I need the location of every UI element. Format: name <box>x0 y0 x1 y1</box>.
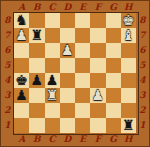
file-label-bottom-a: A <box>14 133 29 146</box>
square-e5[interactable] <box>75 58 90 73</box>
square-h1[interactable]: ♜ <box>121 118 136 133</box>
square-a7[interactable]: ♟ <box>14 28 29 43</box>
square-b8[interactable] <box>29 13 44 28</box>
square-e7[interactable] <box>75 28 90 43</box>
rank-label-left-7: 7 <box>1 28 14 43</box>
square-a1[interactable] <box>14 118 29 133</box>
file-label-top-c: C <box>45 1 60 13</box>
white-bishop[interactable]: ♝ <box>122 28 135 42</box>
square-a2[interactable] <box>14 103 29 118</box>
rank-label-right-7: 7 <box>136 28 149 43</box>
file-label-top-f: F <box>90 1 105 13</box>
square-e2[interactable] <box>75 103 90 118</box>
square-b5[interactable] <box>29 58 44 73</box>
black-pawn[interactable]: ♟ <box>15 88 28 102</box>
white-pawn[interactable]: ♟ <box>92 88 105 102</box>
square-a4[interactable]: ♚ <box>14 73 29 88</box>
square-g5[interactable] <box>106 58 121 73</box>
file-label-bottom-e: E <box>75 133 90 146</box>
rank-label-left-3: 3 <box>1 88 14 103</box>
square-h7[interactable]: ♝ <box>121 28 136 43</box>
square-d7[interactable] <box>60 28 75 43</box>
square-c8[interactable] <box>45 13 60 28</box>
square-d8[interactable] <box>60 13 75 28</box>
square-c1[interactable] <box>45 118 60 133</box>
square-f3[interactable]: ♟ <box>90 88 105 103</box>
rank-label-left-2: 2 <box>1 103 14 118</box>
square-d2[interactable] <box>60 103 75 118</box>
file-label-bottom-f: F <box>90 133 105 146</box>
square-c7[interactable] <box>45 28 60 43</box>
rank-label-right-8: 8 <box>136 13 149 28</box>
chess-board: ABCDEFGH8♞♚87♟♜♝76♟6554♚♟♟43♟♜♟3221♜1ABC… <box>0 0 150 147</box>
square-b2[interactable] <box>29 103 44 118</box>
square-c2[interactable] <box>45 103 60 118</box>
white-rook[interactable]: ♜ <box>46 88 59 102</box>
rank-label-right-6: 6 <box>136 43 149 58</box>
white-pawn[interactable]: ♟ <box>15 28 28 42</box>
square-h8[interactable]: ♚ <box>121 13 136 28</box>
square-c4[interactable]: ♟ <box>45 73 60 88</box>
rank-label-left-5: 5 <box>1 58 14 73</box>
black-knight[interactable]: ♞ <box>15 13 28 27</box>
square-f4[interactable] <box>90 73 105 88</box>
square-h3[interactable] <box>121 88 136 103</box>
square-b7[interactable]: ♜ <box>29 28 44 43</box>
file-label-top-e: E <box>75 1 90 13</box>
square-e1[interactable] <box>75 118 90 133</box>
rank-label-left-1: 1 <box>1 118 14 133</box>
square-d5[interactable] <box>60 58 75 73</box>
square-e3[interactable] <box>75 88 90 103</box>
frame-corner-bottom-left <box>1 133 14 146</box>
rank-label-right-3: 3 <box>136 88 149 103</box>
file-label-top-b: B <box>29 1 44 13</box>
square-d1[interactable] <box>60 118 75 133</box>
frame-corner-bottom-right <box>136 133 149 146</box>
black-pawn[interactable]: ♟ <box>46 73 59 87</box>
square-b6[interactable] <box>29 43 44 58</box>
square-g1[interactable] <box>106 118 121 133</box>
square-c3[interactable]: ♜ <box>45 88 60 103</box>
square-f5[interactable] <box>90 58 105 73</box>
frame-corner-top-left <box>1 1 14 13</box>
frame-corner-top-right <box>136 1 149 13</box>
black-rook[interactable]: ♜ <box>31 28 44 42</box>
square-e8[interactable] <box>75 13 90 28</box>
square-d3[interactable] <box>60 88 75 103</box>
white-king[interactable]: ♚ <box>122 13 135 27</box>
white-pawn[interactable]: ♟ <box>61 43 74 57</box>
square-e6[interactable] <box>75 43 90 58</box>
square-g2[interactable] <box>106 103 121 118</box>
square-f6[interactable] <box>90 43 105 58</box>
black-king[interactable]: ♚ <box>15 73 28 87</box>
square-a6[interactable] <box>14 43 29 58</box>
rank-label-left-4: 4 <box>1 73 14 88</box>
square-c5[interactable] <box>45 58 60 73</box>
square-b3[interactable] <box>29 88 44 103</box>
square-f2[interactable] <box>90 103 105 118</box>
rank-label-right-5: 5 <box>136 58 149 73</box>
black-pawn[interactable]: ♟ <box>31 73 44 87</box>
file-label-top-a: A <box>14 1 29 13</box>
square-a8[interactable]: ♞ <box>14 13 29 28</box>
file-label-top-g: G <box>106 1 121 13</box>
square-b4[interactable]: ♟ <box>29 73 44 88</box>
square-h6[interactable] <box>121 43 136 58</box>
square-f7[interactable] <box>90 28 105 43</box>
file-label-bottom-c: C <box>45 133 60 146</box>
square-h2[interactable] <box>121 103 136 118</box>
black-rook[interactable]: ♜ <box>122 118 135 132</box>
rank-label-right-2: 2 <box>136 103 149 118</box>
file-label-bottom-d: D <box>60 133 75 146</box>
square-h4[interactable] <box>121 73 136 88</box>
square-d6[interactable]: ♟ <box>60 43 75 58</box>
square-d4[interactable] <box>60 73 75 88</box>
file-label-bottom-h: H <box>121 133 136 146</box>
square-g3[interactable] <box>106 88 121 103</box>
square-g8[interactable] <box>106 13 121 28</box>
rank-label-left-8: 8 <box>1 13 14 28</box>
square-f1[interactable] <box>90 118 105 133</box>
square-g7[interactable] <box>106 28 121 43</box>
square-g6[interactable] <box>106 43 121 58</box>
file-label-top-d: D <box>60 1 75 13</box>
file-label-top-h: H <box>121 1 136 13</box>
rank-label-right-4: 4 <box>136 73 149 88</box>
file-label-bottom-g: G <box>106 133 121 146</box>
square-a3[interactable]: ♟ <box>14 88 29 103</box>
square-e4[interactable] <box>75 73 90 88</box>
square-b1[interactable] <box>29 118 44 133</box>
rank-label-right-1: 1 <box>136 118 149 133</box>
square-h5[interactable] <box>121 58 136 73</box>
square-c6[interactable] <box>45 43 60 58</box>
file-label-bottom-b: B <box>29 133 44 146</box>
square-f8[interactable] <box>90 13 105 28</box>
square-g4[interactable] <box>106 73 121 88</box>
square-a5[interactable] <box>14 58 29 73</box>
rank-label-left-6: 6 <box>1 43 14 58</box>
